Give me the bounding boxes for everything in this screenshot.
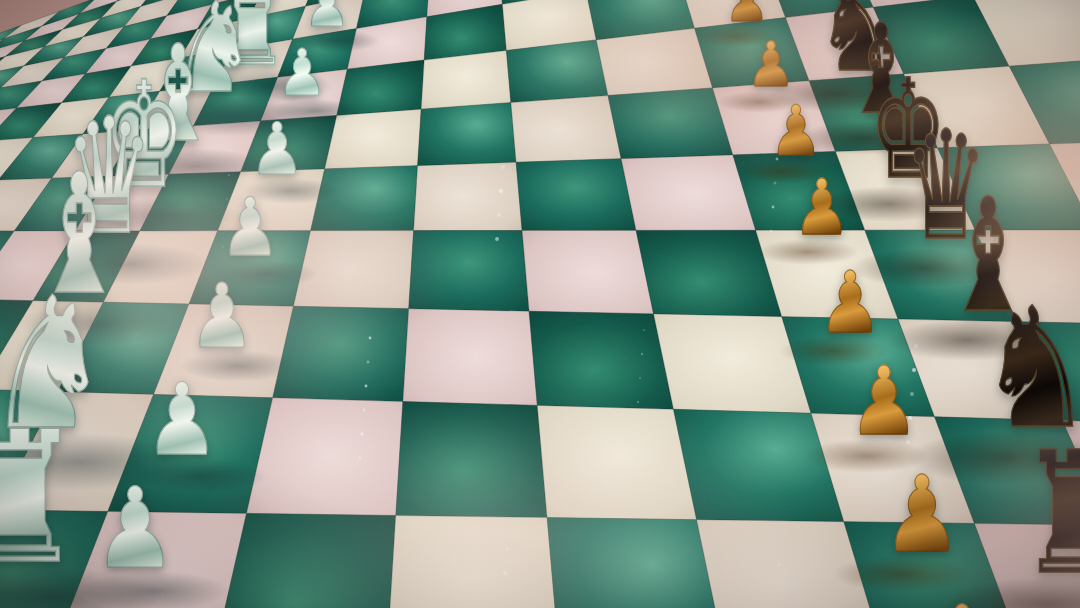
- black-pawn-c7[interactable]: ♟: [849, 355, 920, 450]
- white-pawn-d2[interactable]: ♟: [189, 271, 255, 360]
- white-pawn-b2[interactable]: ♟: [93, 473, 176, 585]
- black-rook-a8[interactable]: ♜: [1018, 429, 1080, 598]
- black-pawn-f7[interactable]: ♟: [770, 96, 823, 166]
- white-pawn-c2[interactable]: ♟: [145, 370, 219, 470]
- white-rook-a1[interactable]: ♜: [0, 408, 83, 590]
- black-pawn-a7[interactable]: ♟: [919, 591, 1004, 608]
- white-pawn-h2[interactable]: ♟: [304, 0, 351, 35]
- black-pawn-g7[interactable]: ♟: [747, 34, 795, 96]
- black-pawn-b7[interactable]: ♟: [883, 462, 962, 568]
- black-pawn-e7[interactable]: ♟: [793, 169, 850, 246]
- black-pawn-h7[interactable]: ♟: [725, 0, 770, 30]
- white-pawn-f2[interactable]: ♟: [250, 113, 305, 185]
- white-pawn-e2[interactable]: ♟: [220, 188, 280, 268]
- white-pawn-g2[interactable]: ♟: [277, 41, 327, 105]
- chess-scene: ♜♜♞♞♝♝♚♚♛♛♝♝♞♞♜♜♟♟♟♟♟♟♟♟♟♟♟♟♟♟♟♟♟♟♟♟♟♟♟♟…: [0, 0, 1080, 608]
- black-pawn-d7[interactable]: ♟: [818, 260, 882, 345]
